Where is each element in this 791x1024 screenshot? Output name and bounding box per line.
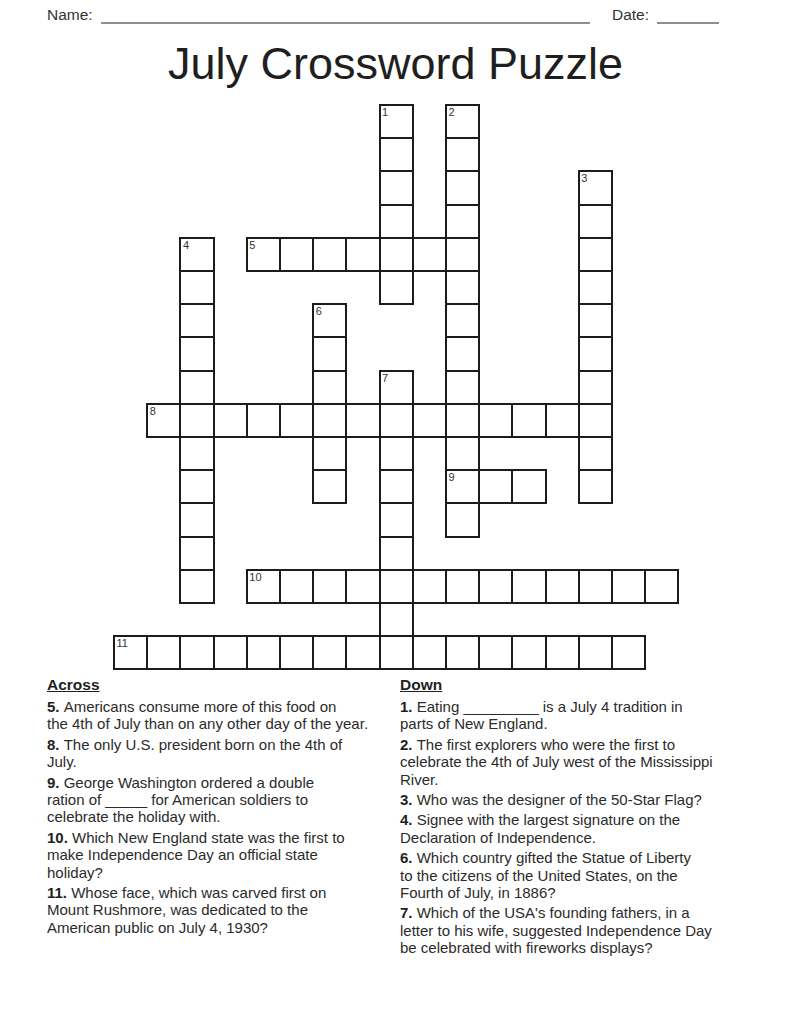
name-label: Name: (47, 6, 101, 24)
grid-cell[interactable] (578, 336, 613, 371)
grid-cell[interactable] (412, 403, 447, 438)
grid-cell[interactable] (545, 569, 580, 604)
clue-down-2: 2. The first explorers who were the firs… (400, 736, 751, 788)
grid-cell[interactable] (312, 436, 347, 471)
grid-cell[interactable] (445, 370, 480, 405)
grid-cell[interactable] (578, 469, 613, 504)
grid-cell[interactable] (511, 403, 546, 438)
grid-cell[interactable] (179, 370, 214, 405)
grid-cell[interactable] (445, 270, 480, 305)
grid-cell[interactable] (279, 569, 314, 604)
clue-number: 3 (581, 172, 587, 184)
grid-cell[interactable] (213, 635, 248, 670)
grid-cell[interactable] (312, 403, 347, 438)
clue-down-4: 4. Signee with the largest signature on … (400, 811, 751, 846)
grid-cell[interactable] (179, 502, 214, 537)
grid-cell[interactable] (179, 436, 214, 471)
grid-cell[interactable] (312, 635, 347, 670)
grid-cell[interactable] (644, 569, 679, 604)
grid-cell[interactable]: 11 (113, 635, 148, 670)
grid-cell[interactable] (445, 502, 480, 537)
clue-number: 2 (449, 106, 455, 118)
worksheet-header: Name: Date: (47, 6, 719, 24)
grid-cell[interactable] (578, 204, 613, 239)
clue-number: 1 (382, 106, 388, 118)
grid-cell[interactable] (478, 569, 513, 604)
clue-across-10: 10. Which New England state was the firs… (47, 829, 400, 881)
grid-cell[interactable] (379, 204, 414, 239)
grid-cell[interactable]: 5 (246, 237, 281, 272)
grid-cell[interactable]: 7 (379, 370, 414, 405)
clue-across-8: 8. The only U.S. president born on the 4… (47, 736, 400, 771)
across-heading: Across (47, 676, 400, 694)
clue-number: 5 (249, 239, 255, 251)
grid-cell[interactable] (312, 569, 347, 604)
grid-cell[interactable] (478, 635, 513, 670)
clue-number: 8 (150, 405, 156, 417)
grid-cell[interactable] (345, 635, 380, 670)
grid-cell[interactable] (445, 436, 480, 471)
clue-number: 11 (117, 637, 128, 649)
clue-across-9: 9. George Washington ordered a double ra… (47, 774, 400, 826)
grid-cell[interactable] (179, 536, 214, 571)
page-title: July Crossword Puzzle (0, 36, 791, 92)
grid-cell[interactable] (213, 403, 248, 438)
grid-cell[interactable] (379, 502, 414, 537)
grid-cell[interactable] (412, 237, 447, 272)
grid-cell[interactable] (379, 469, 414, 504)
grid-cell[interactable]: 3 (578, 170, 613, 205)
grid-cell[interactable]: 8 (146, 403, 181, 438)
grid-cell[interactable] (312, 336, 347, 371)
grid-cell[interactable] (445, 137, 480, 172)
grid-cell[interactable] (312, 370, 347, 405)
date-input-line[interactable] (657, 6, 719, 24)
crossword-grid: 1234567891011 (113, 104, 680, 671)
grid-cell[interactable] (412, 635, 447, 670)
grid-cell[interactable] (179, 270, 214, 305)
grid-cell[interactable] (146, 635, 181, 670)
grid-cell[interactable] (478, 403, 513, 438)
clue-number: 9 (449, 471, 455, 483)
grid-cell[interactable] (578, 635, 613, 670)
grid-cell[interactable] (379, 436, 414, 471)
clue-down-3: 3. Who was the designer of the 50-Star F… (400, 791, 751, 808)
grid-cell[interactable] (445, 569, 480, 604)
grid-cell[interactable]: 2 (445, 104, 480, 139)
grid-cell[interactable] (179, 635, 214, 670)
grid-cell[interactable] (179, 569, 214, 604)
clue-down-1: 1. Eating _________ is a July 4 traditio… (400, 698, 751, 733)
grid-cell[interactable] (412, 569, 447, 604)
grid-cell[interactable] (578, 237, 613, 272)
grid-cell[interactable] (511, 569, 546, 604)
grid-cell[interactable] (445, 403, 480, 438)
down-section: Down 1. Eating _________ is a July 4 tra… (400, 676, 751, 960)
grid-cell[interactable] (379, 170, 414, 205)
grid-cell[interactable] (379, 635, 414, 670)
grid-cell[interactable] (379, 137, 414, 172)
grid-cell[interactable] (312, 469, 347, 504)
date-label: Date: (612, 6, 657, 24)
grid-cell[interactable] (611, 569, 646, 604)
grid-cell[interactable] (578, 569, 613, 604)
clue-down-6: 6. Which country gifted the Statue of Li… (400, 849, 751, 901)
grid-cell[interactable] (545, 635, 580, 670)
grid-cell[interactable] (279, 237, 314, 272)
clue-number: 6 (316, 305, 322, 317)
grid-cell[interactable] (578, 436, 613, 471)
grid-cell[interactable] (379, 237, 414, 272)
grid-cell[interactable]: 6 (312, 303, 347, 338)
across-section: Across 5. Americans consume more of this… (47, 676, 400, 960)
clues-section: Across 5. Americans consume more of this… (47, 676, 751, 960)
grid-cell[interactable]: 10 (246, 569, 281, 604)
grid-cell[interactable]: 4 (179, 237, 214, 272)
grid-cell[interactable] (379, 602, 414, 637)
across-clues: 5. Americans consume more of this food o… (47, 698, 400, 936)
grid-cell[interactable] (179, 403, 214, 438)
grid-cell[interactable] (246, 403, 281, 438)
grid-cell[interactable] (445, 204, 480, 239)
clue-number: 4 (183, 239, 189, 251)
grid-cell[interactable]: 9 (445, 469, 480, 504)
grid-cell[interactable] (379, 536, 414, 571)
clue-across-11: 11. Whose face, which was carved first o… (47, 884, 400, 936)
grid-cell[interactable] (279, 635, 314, 670)
clue-number: 10 (249, 571, 261, 583)
grid-cell[interactable] (445, 336, 480, 371)
grid-cell[interactable] (445, 170, 480, 205)
clue-down-7: 7. Which of the USA's founding fathers, … (400, 904, 751, 956)
grid-cell[interactable] (545, 403, 580, 438)
grid-cell[interactable] (312, 237, 347, 272)
grid-cell[interactable] (578, 403, 613, 438)
name-input-line[interactable] (101, 6, 590, 24)
grid-cell[interactable] (379, 569, 414, 604)
clue-number: 7 (382, 372, 388, 384)
grid-cell[interactable] (478, 469, 513, 504)
grid-cell[interactable] (578, 303, 613, 338)
grid-cell[interactable] (445, 635, 480, 670)
grid-cell[interactable] (511, 469, 546, 504)
grid-cell[interactable] (179, 336, 214, 371)
clue-across-5: 5. Americans consume more of this food o… (47, 698, 400, 733)
grid-cell[interactable] (179, 303, 214, 338)
down-heading: Down (400, 676, 751, 694)
grid-cell[interactable] (379, 270, 414, 305)
grid-cell[interactable] (445, 303, 480, 338)
grid-cell[interactable] (246, 635, 281, 670)
down-clues: 1. Eating _________ is a July 4 traditio… (400, 698, 751, 957)
grid-cell[interactable] (279, 403, 314, 438)
grid-cell[interactable] (345, 403, 380, 438)
grid-cell[interactable]: 1 (379, 104, 414, 139)
grid-cell[interactable] (445, 237, 480, 272)
grid-cell[interactable] (511, 635, 546, 670)
grid-cell[interactable] (345, 237, 380, 272)
grid-cell[interactable] (578, 370, 613, 405)
grid-cell[interactable] (345, 569, 380, 604)
grid-cell[interactable] (578, 270, 613, 305)
grid-cell[interactable] (179, 469, 214, 504)
grid-cell[interactable] (379, 403, 414, 438)
grid-cell[interactable] (611, 635, 646, 670)
